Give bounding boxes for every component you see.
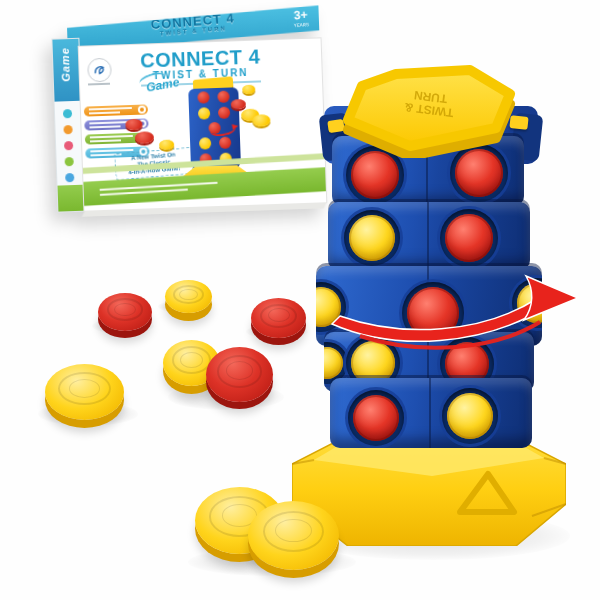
spine-dot-icon xyxy=(65,173,74,182)
spine-dot-icon xyxy=(63,109,72,118)
disc-yellow xyxy=(349,215,395,261)
box-spine-icons xyxy=(63,109,75,182)
disc-yellow xyxy=(447,393,493,439)
loose-disc-yellow xyxy=(45,364,124,420)
age-badge: 3+ YEARS xyxy=(290,9,312,30)
box-art-disc-yellow xyxy=(242,85,255,94)
ring2-slot-right xyxy=(440,209,498,267)
loose-disc-red xyxy=(206,347,273,402)
tower-ring-5 xyxy=(330,378,532,448)
spine-dot-icon xyxy=(65,157,74,166)
box-spine-grass xyxy=(58,185,85,212)
age-badge-years: YEARS xyxy=(293,21,309,30)
box-art-disc-red xyxy=(197,92,209,104)
ring2-slot-left xyxy=(344,210,400,266)
feature-pill-orange xyxy=(84,104,148,116)
disc-red xyxy=(353,395,399,441)
box-art-disc-yellow xyxy=(198,107,210,119)
box-art-disc-red xyxy=(218,106,230,118)
box-art-disc-yellow xyxy=(252,114,270,127)
ring5-slot-right xyxy=(442,388,498,444)
box-art-disc-red xyxy=(135,131,154,144)
box-front-panel: CONNECT 4 TWIST & TURN Game A New xyxy=(78,37,328,211)
loose-disc-yellow xyxy=(165,280,212,313)
box-art-disc-red xyxy=(218,91,230,103)
disc-red xyxy=(351,151,399,199)
box-art-disc-yellow xyxy=(199,138,211,150)
age-badge-number: 3+ xyxy=(290,9,311,20)
box-spine-header: Game xyxy=(52,39,80,102)
product-photo-scene: CONNECT 4 TWIST & TURN 3+ YEARS Game xyxy=(0,0,600,600)
tower-ring-2 xyxy=(328,202,530,270)
game-swirl-logo: Game xyxy=(145,75,180,95)
disc-red xyxy=(445,214,493,262)
loose-disc-yellow xyxy=(248,501,339,570)
rotation-arrow xyxy=(326,272,584,358)
spine-dot-icon xyxy=(64,141,73,150)
ring5-slot-left xyxy=(348,390,404,446)
spine-dot-icon xyxy=(63,125,72,134)
retail-box: CONNECT 4 TWIST & TURN 3+ YEARS Game xyxy=(51,5,326,216)
pill-icon xyxy=(138,105,146,113)
box-art-disc-red xyxy=(219,137,231,149)
loose-disc-red xyxy=(251,298,306,338)
tower-cap: TWIST & TURN xyxy=(338,64,520,158)
loose-disc-red xyxy=(98,293,152,331)
box-spine-game-text: Game xyxy=(59,47,72,82)
